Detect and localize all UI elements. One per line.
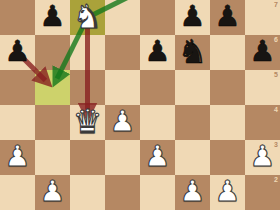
square-h4[interactable]: 4 <box>245 105 280 140</box>
square-b2[interactable]: ♟ <box>35 175 70 210</box>
square-g5[interactable] <box>210 70 245 105</box>
square-e6[interactable]: ♟ <box>140 35 175 70</box>
square-c6[interactable] <box>70 35 105 70</box>
square-e3[interactable]: ♟ <box>140 140 175 175</box>
white-pawn-d4[interactable]: ♟ <box>110 107 136 136</box>
square-g4[interactable] <box>210 105 245 140</box>
square-f6[interactable]: ♞ <box>175 35 210 70</box>
square-d5[interactable] <box>105 70 140 105</box>
black-pawn-a6[interactable]: ♟ <box>5 37 31 66</box>
board-squares: ♟♞♟♟7♟♟♞♟65♛♟4♟♟♟3♟♟♟2 <box>0 0 280 210</box>
chess-board: ♟♞♟♟7♟♟♞♟65♛♟4♟♟♟3♟♟♟2 <box>0 0 280 210</box>
white-knight-c7[interactable]: ♞ <box>73 0 103 33</box>
square-d3[interactable] <box>105 140 140 175</box>
square-f5[interactable] <box>175 70 210 105</box>
square-c4[interactable]: ♛ <box>70 105 105 140</box>
square-d7[interactable] <box>105 0 140 35</box>
square-g7[interactable]: ♟ <box>210 0 245 35</box>
black-pawn-f7[interactable]: ♟ <box>180 2 206 31</box>
square-c2[interactable] <box>70 175 105 210</box>
square-c3[interactable] <box>70 140 105 175</box>
square-c7[interactable]: ♞ <box>70 0 105 35</box>
square-d6[interactable] <box>105 35 140 70</box>
rank-label-5: 5 <box>274 71 278 78</box>
square-e4[interactable] <box>140 105 175 140</box>
square-a6[interactable]: ♟ <box>0 35 35 70</box>
square-b5[interactable] <box>35 70 70 105</box>
square-h6[interactable]: ♟6 <box>245 35 280 70</box>
white-queen-c4[interactable]: ♛ <box>73 105 103 138</box>
black-pawn-h6[interactable]: ♟ <box>250 37 276 66</box>
square-g6[interactable] <box>210 35 245 70</box>
square-f3[interactable] <box>175 140 210 175</box>
square-a3[interactable]: ♟ <box>0 140 35 175</box>
white-pawn-b2[interactable]: ♟ <box>40 177 66 206</box>
square-c5[interactable] <box>70 70 105 105</box>
square-e7[interactable] <box>140 0 175 35</box>
square-a2[interactable] <box>0 175 35 210</box>
square-a7[interactable] <box>0 0 35 35</box>
square-g2[interactable]: ♟ <box>210 175 245 210</box>
square-f4[interactable] <box>175 105 210 140</box>
square-b3[interactable] <box>35 140 70 175</box>
square-h7[interactable]: 7 <box>245 0 280 35</box>
square-h3[interactable]: ♟3 <box>245 140 280 175</box>
square-h5[interactable]: 5 <box>245 70 280 105</box>
square-b7[interactable]: ♟ <box>35 0 70 35</box>
rank-label-7: 7 <box>274 1 278 8</box>
square-b6[interactable] <box>35 35 70 70</box>
white-pawn-g2[interactable]: ♟ <box>215 177 241 206</box>
square-h2[interactable]: 2 <box>245 175 280 210</box>
square-f2[interactable]: ♟ <box>175 175 210 210</box>
black-pawn-e6[interactable]: ♟ <box>145 37 171 66</box>
square-b4[interactable] <box>35 105 70 140</box>
square-e5[interactable] <box>140 70 175 105</box>
rank-label-6: 6 <box>274 36 278 43</box>
square-a4[interactable] <box>0 105 35 140</box>
rank-label-2: 2 <box>274 176 278 183</box>
square-g3[interactable] <box>210 140 245 175</box>
white-pawn-e3[interactable]: ♟ <box>145 142 171 171</box>
white-pawn-h3[interactable]: ♟ <box>250 142 276 171</box>
square-a5[interactable] <box>0 70 35 105</box>
square-d2[interactable] <box>105 175 140 210</box>
square-e2[interactable] <box>140 175 175 210</box>
black-pawn-g7[interactable]: ♟ <box>215 2 241 31</box>
square-f7[interactable]: ♟ <box>175 0 210 35</box>
white-pawn-a3[interactable]: ♟ <box>5 142 31 171</box>
black-pawn-b7[interactable]: ♟ <box>40 2 66 31</box>
white-pawn-f2[interactable]: ♟ <box>180 177 206 206</box>
square-d4[interactable]: ♟ <box>105 105 140 140</box>
black-knight-f6[interactable]: ♞ <box>178 35 208 68</box>
rank-label-3: 3 <box>274 141 278 148</box>
rank-label-4: 4 <box>274 106 278 113</box>
